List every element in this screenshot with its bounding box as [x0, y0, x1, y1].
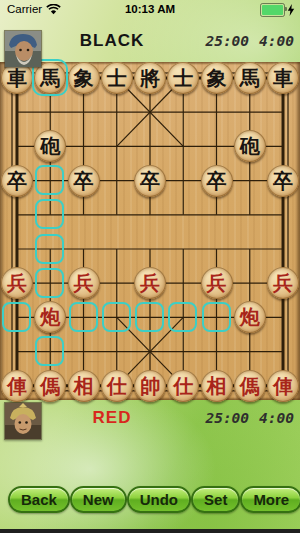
status-bar: Carrier 10:13 AM: [0, 0, 300, 20]
black-player-row: BLACK 25:00 4:00: [0, 20, 300, 62]
move-highlight[interactable]: [69, 302, 98, 332]
black-piece[interactable]: 卒: [134, 165, 166, 197]
red-player-avatar[interactable]: [4, 402, 42, 440]
red-piece[interactable]: 兵: [201, 267, 233, 299]
red-piece[interactable]: 俥: [267, 370, 299, 402]
black-piece[interactable]: 象: [201, 62, 233, 94]
black-piece[interactable]: 士: [167, 62, 199, 94]
move-highlight[interactable]: [135, 302, 164, 332]
move-highlight[interactable]: [102, 302, 131, 332]
red-piece[interactable]: 炮: [234, 301, 266, 333]
black-move-clock: 4:00: [259, 20, 294, 62]
set-button[interactable]: Set: [191, 486, 240, 513]
black-game-clock: 25:00: [205, 20, 249, 62]
move-highlight[interactable]: [35, 199, 64, 229]
black-player-name: BLACK: [42, 20, 182, 62]
black-clocks: 25:00 4:00: [205, 20, 294, 62]
black-piece[interactable]: 馬: [234, 62, 266, 94]
move-highlight[interactable]: [35, 234, 64, 264]
red-piece[interactable]: 兵: [134, 267, 166, 299]
red-piece[interactable]: 兵: [1, 267, 33, 299]
black-piece[interactable]: 砲: [234, 130, 266, 162]
black-piece[interactable]: 將: [134, 62, 166, 94]
move-highlight[interactable]: [202, 302, 231, 332]
red-piece[interactable]: 仕: [167, 370, 199, 402]
black-piece[interactable]: 卒: [68, 165, 100, 197]
black-piece[interactable]: 士: [101, 62, 133, 94]
toolbar: Back New Undo Set More: [0, 486, 300, 516]
black-piece[interactable]: 卒: [267, 165, 299, 197]
app-screen: Carrier 10:13 AM: [0, 0, 300, 533]
red-clocks: 25:00 4:00: [205, 398, 294, 440]
red-piece[interactable]: 相: [201, 370, 233, 402]
new-button[interactable]: New: [70, 486, 127, 513]
red-player-row: RED 25:00 4:00: [0, 398, 300, 440]
red-piece[interactable]: 相: [68, 370, 100, 402]
move-highlight[interactable]: [35, 268, 64, 298]
red-piece[interactable]: 俥: [1, 370, 33, 402]
xiangqi-board[interactable]: 車馬象士將士象馬車砲砲卒卒卒卒卒兵兵兵兵兵炮炮俥傌相仕帥仕相傌俥: [0, 62, 300, 400]
red-piece[interactable]: 帥: [134, 370, 166, 402]
move-highlight[interactable]: [35, 165, 64, 195]
move-highlight[interactable]: [35, 336, 64, 366]
battery-icon: [260, 3, 285, 17]
red-piece[interactable]: 傌: [234, 370, 266, 402]
red-game-clock: 25:00: [205, 398, 249, 440]
charging-bolt-icon: [287, 4, 295, 16]
move-highlight[interactable]: [168, 302, 197, 332]
red-move-clock: 4:00: [259, 398, 294, 440]
move-highlight[interactable]: [2, 302, 31, 332]
undo-button[interactable]: Undo: [127, 486, 191, 513]
back-button[interactable]: Back: [8, 486, 70, 513]
red-player-name: RED: [42, 398, 182, 440]
status-time: 10:13 AM: [0, 3, 300, 15]
black-piece[interactable]: 車: [267, 62, 299, 94]
red-piece[interactable]: 仕: [101, 370, 133, 402]
red-piece[interactable]: 傌: [34, 370, 66, 402]
black-piece[interactable]: 卒: [201, 165, 233, 197]
screen-bottom-edge: [0, 529, 300, 533]
red-piece[interactable]: 兵: [68, 267, 100, 299]
black-piece[interactable]: 卒: [1, 165, 33, 197]
black-player-avatar[interactable]: [4, 30, 42, 68]
black-piece[interactable]: 象: [68, 62, 100, 94]
red-piece[interactable]: 兵: [267, 267, 299, 299]
more-button[interactable]: More: [240, 486, 300, 513]
